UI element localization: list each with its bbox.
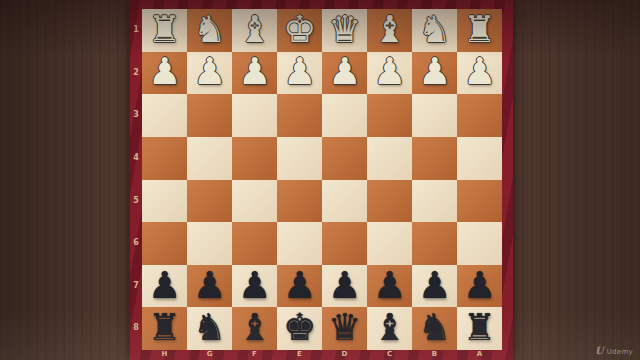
square-c5[interactable] (367, 180, 412, 223)
square-h1[interactable]: ♜ (142, 9, 187, 52)
rank-label-3: 3 (130, 94, 142, 137)
rank-label-8: 8 (130, 307, 142, 350)
square-c2[interactable]: ♟ (367, 52, 412, 95)
square-d4[interactable] (322, 137, 367, 180)
square-a2[interactable]: ♟ (457, 52, 502, 95)
chess-board: ♜♞♝♚♛♝♞♜♟♟♟♟♟♟♟♟♟♟♟♟♟♟♟♟♜♞♝♚♛♝♞♜ (142, 9, 502, 350)
square-h5[interactable] (142, 180, 187, 223)
square-a8[interactable]: ♜ (457, 307, 502, 350)
file-label-c: C (367, 350, 412, 360)
piece-bP-b7[interactable]: ♟ (418, 267, 451, 304)
piece-bK-e8[interactable]: ♚ (283, 309, 316, 346)
rank-label-2: 2 (130, 52, 142, 95)
square-f7[interactable]: ♟ (232, 265, 277, 308)
square-f6[interactable] (232, 222, 277, 265)
square-h4[interactable] (142, 137, 187, 180)
square-d5[interactable] (322, 180, 367, 223)
piece-bP-h7[interactable]: ♟ (148, 267, 181, 304)
square-h7[interactable]: ♟ (142, 265, 187, 308)
square-c6[interactable] (367, 222, 412, 265)
square-b7[interactable]: ♟ (412, 265, 457, 308)
square-a7[interactable]: ♟ (457, 265, 502, 308)
rank-label-7: 7 (130, 265, 142, 308)
square-h8[interactable]: ♜ (142, 307, 187, 350)
file-label-b: B (412, 350, 457, 360)
square-g6[interactable] (187, 222, 232, 265)
square-b8[interactable]: ♞ (412, 307, 457, 350)
udemy-wordmark: Udemy (607, 348, 633, 356)
piece-bB-c8[interactable]: ♝ (373, 309, 406, 346)
square-b4[interactable] (412, 137, 457, 180)
square-e4[interactable] (277, 137, 322, 180)
square-e7[interactable]: ♟ (277, 265, 322, 308)
square-b2[interactable]: ♟ (412, 52, 457, 95)
piece-wQ-d1[interactable]: ♛ (328, 11, 361, 48)
file-label-g: G (187, 350, 232, 360)
file-label-f: F (232, 350, 277, 360)
udemy-logo-icon: U (595, 345, 604, 356)
square-a1[interactable]: ♜ (457, 9, 502, 52)
piece-wP-f2[interactable]: ♟ (238, 53, 271, 90)
piece-wN-b1[interactable]: ♞ (418, 11, 451, 48)
piece-bQ-d8[interactable]: ♛ (328, 309, 361, 346)
square-h6[interactable] (142, 222, 187, 265)
piece-wP-g2[interactable]: ♟ (193, 53, 226, 90)
square-b3[interactable] (412, 94, 457, 137)
square-g3[interactable] (187, 94, 232, 137)
square-e3[interactable] (277, 94, 322, 137)
piece-wK-e1[interactable]: ♚ (283, 11, 316, 48)
piece-bP-d7[interactable]: ♟ (328, 267, 361, 304)
square-g4[interactable] (187, 137, 232, 180)
piece-wP-c2[interactable]: ♟ (373, 53, 406, 90)
square-e2[interactable]: ♟ (277, 52, 322, 95)
piece-bP-c7[interactable]: ♟ (373, 267, 406, 304)
square-f8[interactable]: ♝ (232, 307, 277, 350)
piece-bP-f7[interactable]: ♟ (238, 267, 271, 304)
piece-bP-e7[interactable]: ♟ (283, 267, 316, 304)
piece-bP-a7[interactable]: ♟ (463, 267, 496, 304)
video-frame-background: ♜♞♝♚♛♝♞♜♟♟♟♟♟♟♟♟♟♟♟♟♟♟♟♟♜♞♝♚♛♝♞♜ 1234567… (0, 0, 640, 360)
square-a3[interactable] (457, 94, 502, 137)
rank-label-5: 5 (130, 180, 142, 223)
square-f1[interactable]: ♝ (232, 9, 277, 52)
piece-wP-b2[interactable]: ♟ (418, 53, 451, 90)
square-c3[interactable] (367, 94, 412, 137)
square-a4[interactable] (457, 137, 502, 180)
square-d8[interactable]: ♛ (322, 307, 367, 350)
square-c8[interactable]: ♝ (367, 307, 412, 350)
piece-wP-d2[interactable]: ♟ (328, 53, 361, 90)
rank-label-1: 1 (130, 9, 142, 52)
square-d3[interactable] (322, 94, 367, 137)
square-d2[interactable]: ♟ (322, 52, 367, 95)
piece-wP-a2[interactable]: ♟ (463, 53, 496, 90)
piece-bB-f8[interactable]: ♝ (238, 309, 271, 346)
piece-bR-a8[interactable]: ♜ (463, 309, 496, 346)
square-a6[interactable] (457, 222, 502, 265)
square-f3[interactable] (232, 94, 277, 137)
square-a5[interactable] (457, 180, 502, 223)
piece-bN-g8[interactable]: ♞ (193, 309, 226, 346)
square-g8[interactable]: ♞ (187, 307, 232, 350)
square-h2[interactable]: ♟ (142, 52, 187, 95)
piece-wP-e2[interactable]: ♟ (283, 53, 316, 90)
square-g1[interactable]: ♞ (187, 9, 232, 52)
file-label-d: D (322, 350, 367, 360)
piece-wR-a1[interactable]: ♜ (463, 11, 496, 48)
file-label-e: E (277, 350, 322, 360)
square-e1[interactable]: ♚ (277, 9, 322, 52)
square-d6[interactable] (322, 222, 367, 265)
file-label-h: H (142, 350, 187, 360)
square-c7[interactable]: ♟ (367, 265, 412, 308)
square-c1[interactable]: ♝ (367, 9, 412, 52)
square-g7[interactable]: ♟ (187, 265, 232, 308)
file-label-a: A (457, 350, 502, 360)
piece-wP-h2[interactable]: ♟ (148, 53, 181, 90)
square-g5[interactable] (187, 180, 232, 223)
udemy-watermark: U Udemy (595, 345, 633, 356)
piece-wN-g1[interactable]: ♞ (193, 11, 226, 48)
rank-label-4: 4 (130, 137, 142, 180)
square-e6[interactable] (277, 222, 322, 265)
square-f4[interactable] (232, 137, 277, 180)
piece-bP-g7[interactable]: ♟ (193, 267, 226, 304)
square-b5[interactable] (412, 180, 457, 223)
board-frame: ♜♞♝♚♛♝♞♜♟♟♟♟♟♟♟♟♟♟♟♟♟♟♟♟♜♞♝♚♛♝♞♜ 1234567… (130, 0, 513, 360)
square-d7[interactable]: ♟ (322, 265, 367, 308)
piece-bN-b8[interactable]: ♞ (418, 309, 451, 346)
square-b6[interactable] (412, 222, 457, 265)
piece-wR-h1[interactable]: ♜ (148, 11, 181, 48)
piece-wB-f1[interactable]: ♝ (238, 11, 271, 48)
square-g2[interactable]: ♟ (187, 52, 232, 95)
square-b1[interactable]: ♞ (412, 9, 457, 52)
square-e5[interactable] (277, 180, 322, 223)
square-d1[interactable]: ♛ (322, 9, 367, 52)
square-e8[interactable]: ♚ (277, 307, 322, 350)
square-f2[interactable]: ♟ (232, 52, 277, 95)
piece-wB-c1[interactable]: ♝ (373, 11, 406, 48)
square-h3[interactable] (142, 94, 187, 137)
rank-label-6: 6 (130, 222, 142, 265)
square-c4[interactable] (367, 137, 412, 180)
piece-bR-h8[interactable]: ♜ (148, 309, 181, 346)
square-f5[interactable] (232, 180, 277, 223)
